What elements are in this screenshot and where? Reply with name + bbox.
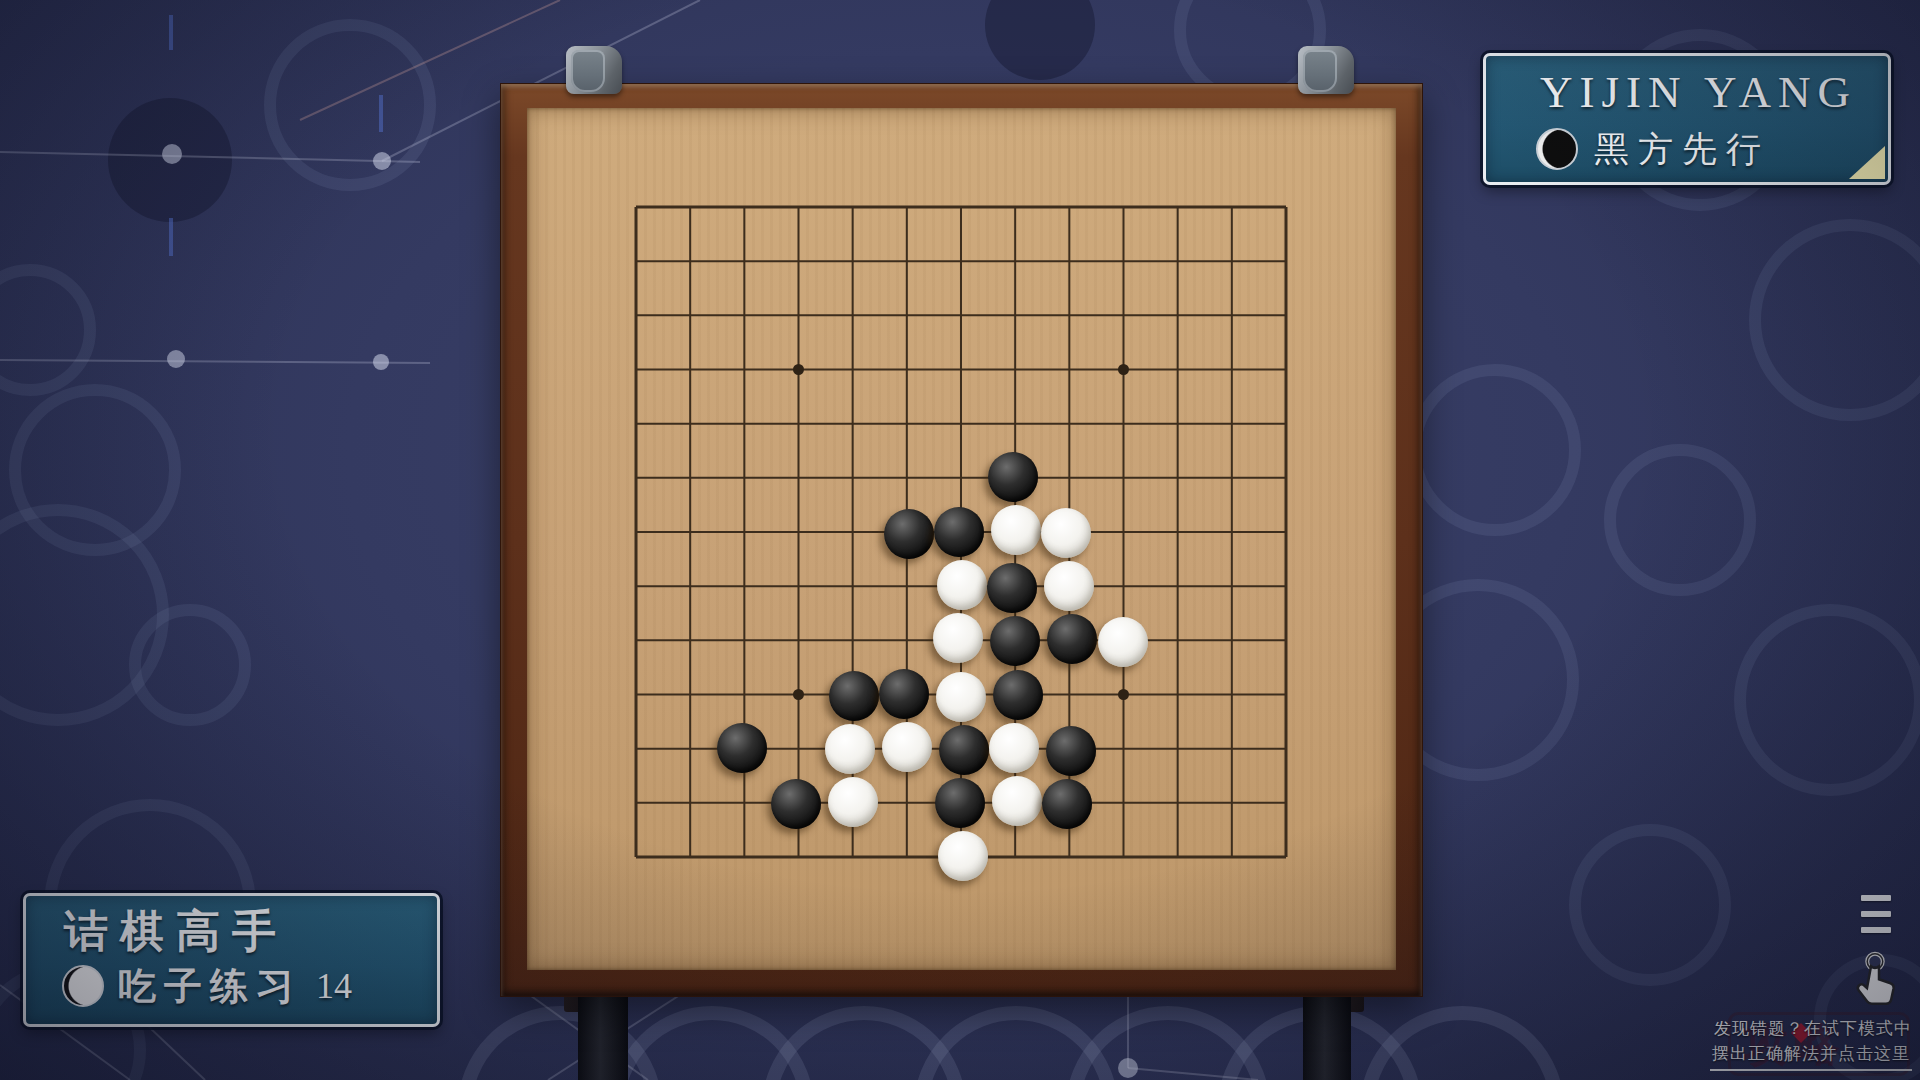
white-stone[interactable] [938, 831, 988, 881]
white-stone-icon [62, 965, 104, 1007]
white-stone[interactable] [882, 722, 932, 772]
white-stone[interactable] [992, 776, 1042, 826]
white-stone[interactable] [828, 777, 878, 827]
hamburger-menu-icon [1861, 911, 1891, 917]
black-stone[interactable] [993, 670, 1043, 720]
black-stone[interactable] [717, 723, 767, 773]
black-stone[interactable] [987, 563, 1037, 613]
black-stone[interactable] [884, 509, 934, 559]
board-frame [500, 83, 1423, 997]
black-stone[interactable] [1046, 726, 1096, 776]
black-stone[interactable] [935, 778, 985, 828]
white-stone[interactable] [933, 613, 983, 663]
go-board[interactable] [634, 205, 1288, 859]
board-paper [527, 108, 1396, 970]
white-stone[interactable] [1041, 508, 1091, 558]
white-stone[interactable] [937, 560, 987, 610]
black-stone-icon [1536, 128, 1578, 170]
white-stone[interactable] [991, 505, 1041, 555]
easel-leg-right [1303, 993, 1351, 1080]
black-stone[interactable] [1042, 779, 1092, 829]
puzzle-number: 14 [316, 965, 352, 1007]
hint-text: 发现错题？在试下模式中 摆出正确解法并点击这里 [1560, 1016, 1912, 1071]
panel-corner-triangle [1849, 146, 1885, 179]
black-stone[interactable] [829, 671, 879, 721]
black-stone[interactable] [939, 725, 989, 775]
white-stone[interactable] [825, 724, 875, 774]
puzzle-panel: 诘棋高手 吃子练习 14 [23, 893, 440, 1027]
hamburger-menu-icon [1861, 895, 1891, 901]
puzzle-title: 诘棋高手 [64, 902, 288, 961]
puzzle-subtitle: 吃子练习 [118, 961, 302, 1012]
white-stone[interactable] [936, 672, 986, 722]
board-clamp-left [566, 46, 622, 94]
black-stone[interactable] [934, 507, 984, 557]
easel-leg-left [578, 993, 628, 1080]
hint-click-here-link[interactable]: 摆出正确解法并点击这里 [1710, 1041, 1912, 1071]
turn-status-label: 黑方先行 [1594, 126, 1770, 173]
white-stone[interactable] [1098, 617, 1148, 667]
hint-line1: 发现错题？在试下模式中 [1560, 1016, 1912, 1041]
board-clamp-right [1298, 46, 1354, 94]
player-name: YIJIN YANG [1540, 66, 1857, 118]
hamburger-menu-icon [1861, 927, 1891, 933]
menu-button[interactable] [1861, 895, 1895, 933]
black-stone[interactable] [771, 779, 821, 829]
black-stone[interactable] [879, 669, 929, 719]
player-panel: YIJIN YANG 黑方先行 [1483, 53, 1891, 185]
white-stone[interactable] [989, 723, 1039, 773]
black-stone[interactable] [988, 452, 1038, 502]
